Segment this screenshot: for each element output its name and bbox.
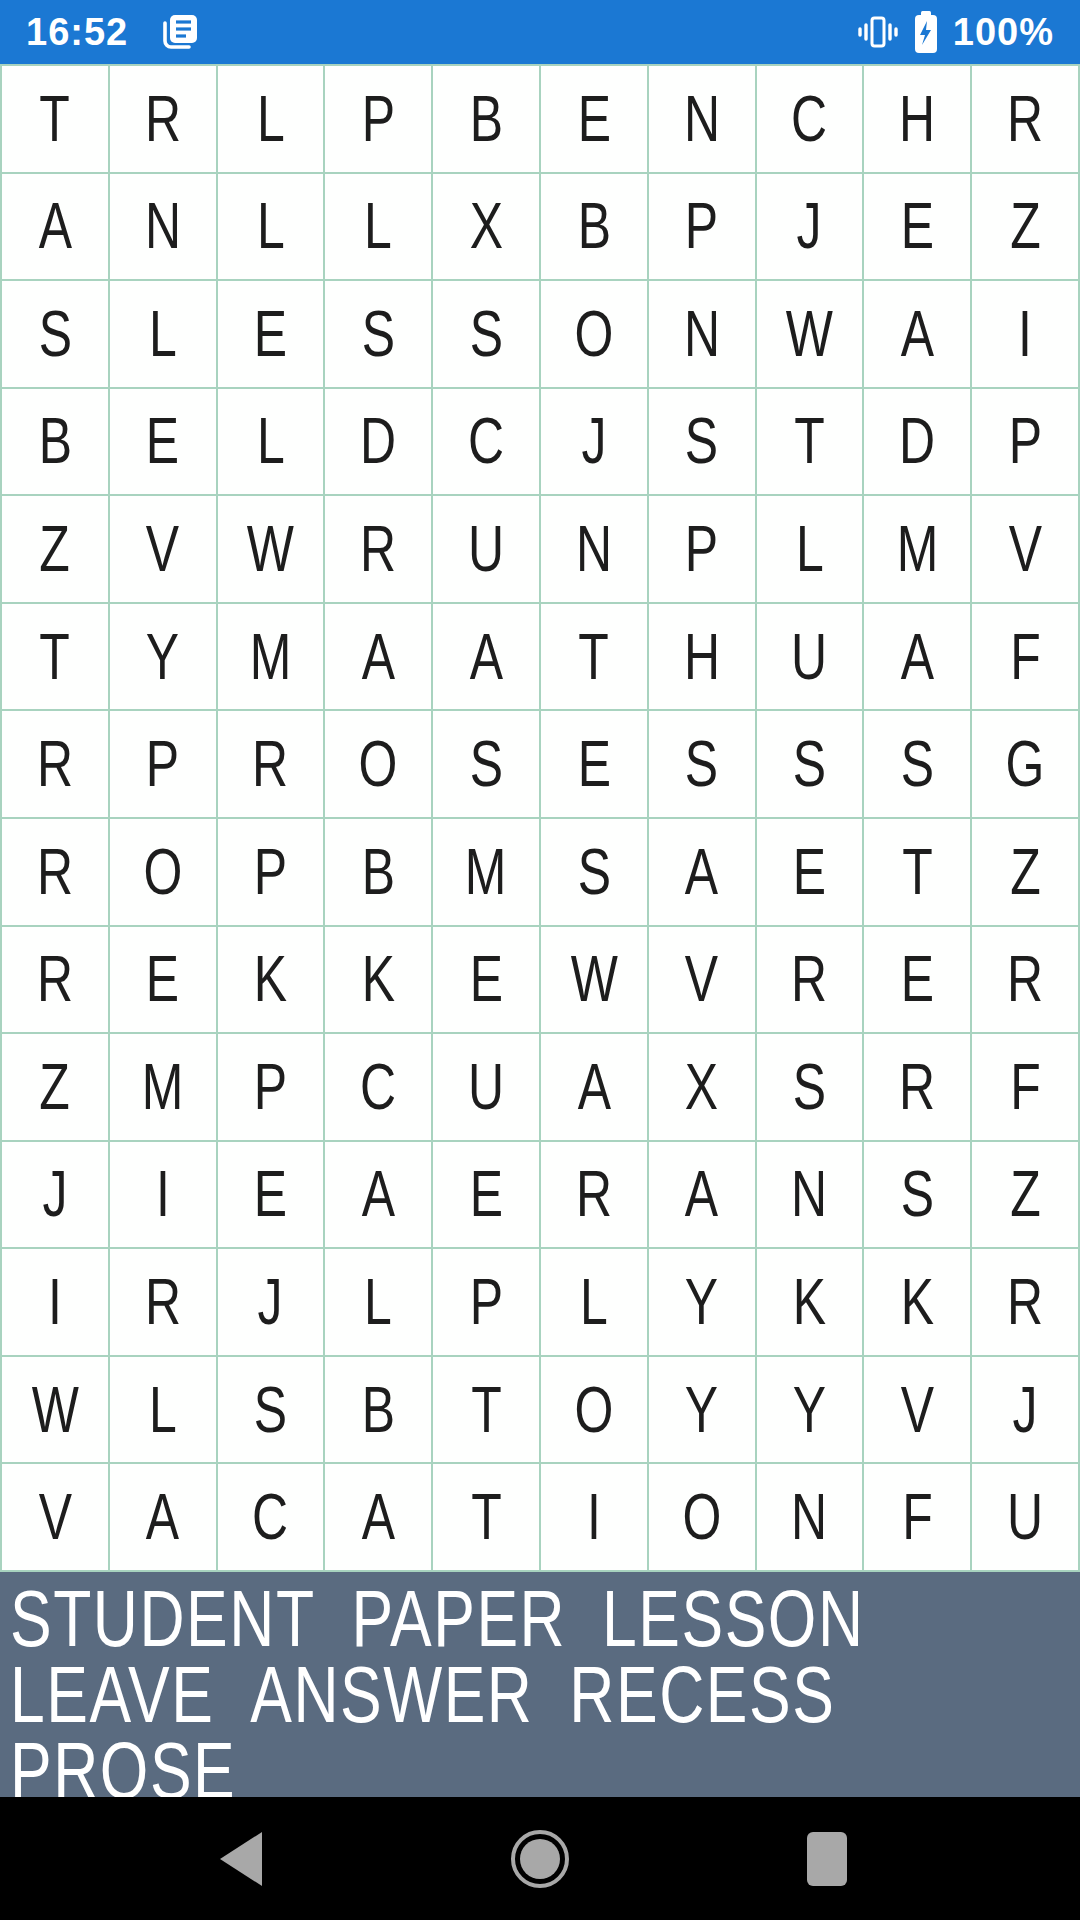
grid-cell-r5c6[interactable]: N [541,496,647,602]
grid-letter: M [250,625,292,689]
grid-letter: N [791,1162,827,1226]
grid-letter: W [786,302,833,366]
grid-cell-r7c10[interactable]: G [972,711,1078,817]
grid-letter: A [146,1485,179,1549]
grid-letter: C [252,1485,288,1549]
grid-letter: S [38,302,71,366]
grid-cell-r3c3[interactable]: E [218,281,324,387]
grid-letter: Y [685,1378,718,1442]
grid-letter: E [146,409,179,473]
grid-cell-r13c8[interactable]: Y [757,1357,863,1463]
grid-cell-r13c1[interactable]: W [2,1357,108,1463]
grid-cell-r14c2[interactable]: A [110,1464,216,1570]
grid-cell-r10c2[interactable]: M [110,1034,216,1140]
grid-cell-r5c2[interactable]: V [110,496,216,602]
grid-letter: F [902,1485,932,1549]
grid-letter: O [682,1485,721,1549]
grid-cell-r12c1[interactable]: I [2,1249,108,1355]
grid-cell-r10c7[interactable]: X [649,1034,755,1140]
word-list: STUDENTPAPERLESSONLEAVEANSWERRECESSPROSE [10,1582,1080,1797]
grid-cell-r1c1[interactable]: T [2,66,108,172]
grid-letter: S [901,732,934,796]
grid-cell-r4c7[interactable]: S [649,389,755,495]
grid-letter: U [468,1055,504,1119]
grid-cell-r3c10[interactable]: I [972,281,1078,387]
grid-letter: L [257,194,285,258]
grid-cell-r3c7[interactable]: N [649,281,755,387]
grid-letter: V [685,947,718,1011]
grid-letter: R [37,840,73,904]
grid-letter: V [1008,517,1041,581]
grid-area: TRLPBENCHRANLLXBPJEZSLESSONWAIBELDCJSTDP… [0,64,1080,1572]
recents-icon[interactable] [807,1832,847,1886]
grid-cell-r4c1[interactable]: B [2,389,108,495]
grid-letter: L [796,517,824,581]
grid-letter: P [362,87,395,151]
word-list-item: STUDENT [10,1582,316,1656]
grid-letter: J [42,1162,67,1226]
grid-letter: V [38,1485,71,1549]
grid-cell-r2c10[interactable]: Z [972,174,1078,280]
grid-cell-r3c5[interactable]: S [433,281,539,387]
grid-letter: A [577,1055,610,1119]
grid-cell-r2c2[interactable]: N [110,174,216,280]
grid-cell-r8c9[interactable]: T [864,819,970,925]
grid-letter: B [469,87,502,151]
grid-cell-r10c4[interactable]: C [325,1034,431,1140]
grid-letter: A [469,625,502,689]
grid-letter: I [1018,302,1032,366]
grid-cell-r11c8[interactable]: N [757,1142,863,1248]
grid-letter: N [684,302,720,366]
grid-letter: X [685,1055,718,1119]
grid-cell-r6c9[interactable]: A [864,604,970,710]
status-bar: 16:52 100% [0,0,1080,64]
word-list-item: PAPER [351,1582,566,1656]
grid-cell-r14c9[interactable]: F [864,1464,970,1570]
grid-letter: R [37,732,73,796]
grid-letter: I [48,1270,62,1334]
grid-cell-r5c7[interactable]: P [649,496,755,602]
grid-cell-r8c7[interactable]: A [649,819,755,925]
grid-letter: E [469,947,502,1011]
grid-letter: T [794,409,824,473]
grid-letter: O [143,840,182,904]
grid-cell-r14c8[interactable]: N [757,1464,863,1570]
grid-letter: E [577,732,610,796]
grid-letter: A [362,625,395,689]
grid-cell-r6c5[interactable]: A [433,604,539,710]
android-nav-bar [0,1797,1080,1920]
grid-cell-r11c7[interactable]: A [649,1142,755,1248]
grid-cell-r1c3[interactable]: L [218,66,324,172]
grid-cell-r11c2[interactable]: I [110,1142,216,1248]
grid-letter: S [793,732,826,796]
back-icon[interactable] [220,1832,262,1886]
grid-letter: S [577,840,610,904]
grid-cell-r14c10[interactable]: U [972,1464,1078,1570]
grid-letter: M [142,1055,184,1119]
grid-cell-r7c1[interactable]: R [2,711,108,817]
grid-cell-r6c8[interactable]: U [757,604,863,710]
grid-cell-r12c4[interactable]: L [325,1249,431,1355]
grid-cell-r4c5[interactable]: C [433,389,539,495]
word-list-item: PROSE [10,1734,236,1797]
grid-letter: P [146,732,179,796]
grid-cell-r13c10[interactable]: J [972,1357,1078,1463]
grid-letter: S [254,1378,287,1442]
grid-letter: W [570,947,617,1011]
grid-letter: T [40,625,70,689]
grid-cell-r13c5[interactable]: T [433,1357,539,1463]
grid-letter: S [685,732,718,796]
grid-cell-r11c5[interactable]: E [433,1142,539,1248]
grid-letter: D [360,409,396,473]
grid-cell-r12c6[interactable]: L [541,1249,647,1355]
grid-cell-r2c3[interactable]: L [218,174,324,280]
word-list-item: ANSWER [250,1658,533,1732]
grid-cell-r4c4[interactable]: D [325,389,431,495]
grid-letter: R [37,947,73,1011]
grid-cell-r5c9[interactable]: M [864,496,970,602]
grid-cell-r11c1[interactable]: J [2,1142,108,1248]
grid-letter: C [468,409,504,473]
grid-cell-r3c6[interactable]: O [541,281,647,387]
grid-letter: L [149,302,177,366]
grid-cell-r2c8[interactable]: J [757,174,863,280]
grid-letter: X [469,194,502,258]
grid-cell-r11c9[interactable]: S [864,1142,970,1248]
grid-letter: I [156,1162,170,1226]
grid-cell-r7c9[interactable]: S [864,711,970,817]
grid-cell-r1c9[interactable]: H [864,66,970,172]
grid-cell-r7c2[interactable]: P [110,711,216,817]
grid-letter: W [31,1378,78,1442]
grid-cell-r8c4[interactable]: B [325,819,431,925]
grid-cell-r12c3[interactable]: J [218,1249,324,1355]
grid-cell-r13c6[interactable]: O [541,1357,647,1463]
grid-letter: B [38,409,71,473]
grid-letter: T [40,87,70,151]
grid-letter: Y [685,1270,718,1334]
grid-cell-r9c2[interactable]: E [110,927,216,1033]
grid-letter: A [685,1162,718,1226]
grid-cell-r6c10[interactable]: F [972,604,1078,710]
grid-cell-r14c6[interactable]: I [541,1464,647,1570]
grid-letter: F [1010,625,1040,689]
grid-cell-r8c2[interactable]: O [110,819,216,925]
grid-letter: E [254,302,287,366]
grid-letter: S [469,302,502,366]
grid-cell-r11c3[interactable]: E [218,1142,324,1248]
grid-cell-r4c3[interactable]: L [218,389,324,495]
grid-cell-r3c4[interactable]: S [325,281,431,387]
grid-cell-r9c9[interactable]: E [864,927,970,1033]
grid-letter: K [793,1270,826,1334]
grid-cell-r10c3[interactable]: P [218,1034,324,1140]
grid-cell-r14c3[interactable]: C [218,1464,324,1570]
battery-charging-icon [913,10,939,54]
grid-cell-r3c2[interactable]: L [110,281,216,387]
grid-letter: E [793,840,826,904]
grid-cell-r4c2[interactable]: E [110,389,216,495]
grid-cell-r13c2[interactable]: L [110,1357,216,1463]
grid-letter: R [360,517,396,581]
grid-cell-r6c7[interactable]: H [649,604,755,710]
grid-cell-r12c10[interactable]: R [972,1249,1078,1355]
grid-letter: L [257,409,285,473]
word-list-scaler: STUDENTPAPERLESSONLEAVEANSWERRECESSPROSE… [10,1582,1080,1797]
grid-letter: R [899,1055,935,1119]
grid-letter: T [902,840,932,904]
grid-letter: A [38,194,71,258]
grid-letter: R [791,947,827,1011]
grid-letter: R [1007,947,1043,1011]
grid-letter: O [359,732,398,796]
grid-letter: M [465,840,507,904]
grid-cell-r6c1[interactable]: T [2,604,108,710]
grid-cell-r9c8[interactable]: R [757,927,863,1033]
grid-cell-r2c6[interactable]: B [541,174,647,280]
grid-cell-r2c1[interactable]: A [2,174,108,280]
grid-letter: E [254,1162,287,1226]
grid-cell-r9c6[interactable]: W [541,927,647,1033]
grid-letter: B [577,194,610,258]
grid-letter: V [146,517,179,581]
grid-letter: Z [40,517,70,581]
grid-letter: S [469,732,502,796]
grid-letter: E [146,947,179,1011]
grid-letter: O [574,1378,613,1442]
grid-letter: F [1010,1055,1040,1119]
grid-cell-r1c7[interactable]: N [649,66,755,172]
grid-cell-r2c7[interactable]: P [649,174,755,280]
grid-letter: L [580,1270,608,1334]
notification-icon [156,10,200,54]
grid-letter: L [149,1378,177,1442]
grid-cell-r5c1[interactable]: Z [2,496,108,602]
grid-letter: S [685,409,718,473]
grid-letter: E [469,1162,502,1226]
grid-cell-r8c5[interactable]: M [433,819,539,925]
grid-cell-r12c7[interactable]: Y [649,1249,755,1355]
grid-cell-r8c3[interactable]: P [218,819,324,925]
grid-cell-r3c8[interactable]: W [757,281,863,387]
grid-cell-r14c7[interactable]: O [649,1464,755,1570]
word-list-item: LESSON [602,1582,865,1656]
grid-cell-r10c9[interactable]: R [864,1034,970,1140]
grid-cell-r2c9[interactable]: E [864,174,970,280]
grid-letter: K [901,1270,934,1334]
grid-cell-r5c3[interactable]: W [218,496,324,602]
grid-cell-r7c6[interactable]: E [541,711,647,817]
grid-letter: T [471,1485,501,1549]
grid-letter: R [145,1270,181,1334]
grid-letter: P [254,1055,287,1119]
grid-cell-r10c6[interactable]: A [541,1034,647,1140]
grid-letter: Y [793,1378,826,1442]
grid-cell-r1c6[interactable]: E [541,66,647,172]
grid-cell-r10c1[interactable]: Z [2,1034,108,1140]
home-icon[interactable] [511,1830,569,1888]
grid-letter: Z [40,1055,70,1119]
grid-letter: E [901,194,934,258]
grid-letter: S [362,302,395,366]
grid-letter: R [145,87,181,151]
word-list-panel: STUDENTPAPERLESSONLEAVEANSWERRECESSPROSE… [0,1572,1080,1797]
grid-cell-r1c10[interactable]: R [972,66,1078,172]
grid-letter: M [896,517,938,581]
grid-letter: R [252,732,288,796]
grid-cell-r13c3[interactable]: S [218,1357,324,1463]
grid-letter: A [362,1485,395,1549]
grid-cell-r6c3[interactable]: M [218,604,324,710]
grid-letter: L [364,194,392,258]
grid-cell-r8c6[interactable]: S [541,819,647,925]
grid-letter: K [362,947,395,1011]
grid-cell-r1c2[interactable]: R [110,66,216,172]
grid-letter: H [899,87,935,151]
grid-letter: N [684,87,720,151]
grid-letter: K [254,947,287,1011]
grid-cell-r10c10[interactable]: F [972,1034,1078,1140]
grid-letter: N [576,517,612,581]
grid-letter: J [1013,1378,1038,1442]
grid-letter: Y [146,625,179,689]
grid-cell-r11c4[interactable]: A [325,1142,431,1248]
grid-letter: W [247,517,294,581]
grid-letter: I [587,1485,601,1549]
grid-letter: N [791,1485,827,1549]
grid-letter: Z [1010,840,1040,904]
grid-letter: C [360,1055,396,1119]
grid-cell-r13c9[interactable]: V [864,1357,970,1463]
grid-letter: J [258,1270,283,1334]
grid-cell-r12c2[interactable]: R [110,1249,216,1355]
home-icon-inner [520,1839,560,1879]
grid-letter: T [471,1378,501,1442]
grid-cell-r6c6[interactable]: T [541,604,647,710]
grid-cell-r11c6[interactable]: R [541,1142,647,1248]
grid-cell-r13c4[interactable]: B [325,1357,431,1463]
grid-letter: B [362,840,395,904]
grid-cell-r4c8[interactable]: T [757,389,863,495]
grid-cell-r14c5[interactable]: T [433,1464,539,1570]
grid-cell-r8c10[interactable]: Z [972,819,1078,925]
grid-cell-r5c10[interactable]: V [972,496,1078,602]
grid-cell-r4c9[interactable]: D [864,389,970,495]
grid-cell-r14c1[interactable]: V [2,1464,108,1570]
grid-letter: J [797,194,822,258]
grid-letter: O [574,302,613,366]
grid-letter: P [1008,409,1041,473]
grid-letter: A [901,625,934,689]
grid-letter: L [364,1270,392,1334]
grid-letter: V [901,1378,934,1442]
grid-cell-r7c4[interactable]: O [325,711,431,817]
grid-letter: T [579,625,609,689]
grid-cell-r12c5[interactable]: P [433,1249,539,1355]
grid-letter: P [685,517,718,581]
grid-cell-r5c5[interactable]: U [433,496,539,602]
grid-letter: P [685,194,718,258]
grid-letter: S [901,1162,934,1226]
grid-cell-r7c8[interactable]: S [757,711,863,817]
grid-letter: R [576,1162,612,1226]
grid-cell-r5c4[interactable]: R [325,496,431,602]
grid-letter: L [257,87,285,151]
grid-cell-r2c5[interactable]: X [433,174,539,280]
grid-cell-r6c2[interactable]: Y [110,604,216,710]
grid-cell-r1c8[interactable]: C [757,66,863,172]
grid-cell-r9c3[interactable]: K [218,927,324,1033]
grid-cell-r7c7[interactable]: S [649,711,755,817]
grid-letter: E [901,947,934,1011]
grid-cell-r13c7[interactable]: Y [649,1357,755,1463]
grid-cell-r8c1[interactable]: R [2,819,108,925]
grid-cell-r9c4[interactable]: K [325,927,431,1033]
grid-cell-r10c5[interactable]: U [433,1034,539,1140]
grid-letter: R [1007,87,1043,151]
grid-letter: H [684,625,720,689]
grid-cell-r12c9[interactable]: K [864,1249,970,1355]
grid-cell-r9c10[interactable]: R [972,927,1078,1033]
grid-letter: A [362,1162,395,1226]
grid-cell-r6c4[interactable]: A [325,604,431,710]
grid-letter: U [791,625,827,689]
grid-letter: A [901,302,934,366]
grid-cell-r10c8[interactable]: S [757,1034,863,1140]
battery-percent: 100% [953,11,1054,54]
grid-cell-r4c6[interactable]: J [541,389,647,495]
grid-cell-r9c1[interactable]: R [2,927,108,1033]
grid-letter: Z [1010,194,1040,258]
grid-cell-r1c4[interactable]: P [325,66,431,172]
grid-letter: U [1007,1485,1043,1549]
phone-screen: 16:52 100% [0,0,1080,1920]
grid-cell-r4c10[interactable]: P [972,389,1078,495]
grid-letter: P [469,1270,502,1334]
grid-cell-r12c8[interactable]: K [757,1249,863,1355]
grid-cell-r1c5[interactable]: B [433,66,539,172]
grid-cell-r2c4[interactable]: L [325,174,431,280]
word-list-item: LEAVE [10,1658,214,1732]
grid-letter: A [685,840,718,904]
grid-letter: G [1006,732,1045,796]
grid-cell-r7c3[interactable]: R [218,711,324,817]
grid-cell-r7c5[interactable]: S [433,711,539,817]
grid-letter: B [362,1378,395,1442]
word-list-item: RECESS [569,1658,835,1732]
grid-cell-r3c1[interactable]: S [2,281,108,387]
grid-cell-r3c9[interactable]: A [864,281,970,387]
grid-letter: E [577,87,610,151]
grid-letter: S [793,1055,826,1119]
grid-cell-r5c8[interactable]: L [757,496,863,602]
grid-letter: P [254,840,287,904]
grid-cell-r9c7[interactable]: V [649,927,755,1033]
grid-cell-r11c10[interactable]: Z [972,1142,1078,1248]
grid-letter: C [791,87,827,151]
word-search-grid[interactable]: TRLPBENCHRANLLXBPJEZSLESSONWAIBELDCJSTDP… [0,64,1080,1572]
grid-cell-r9c5[interactable]: E [433,927,539,1033]
grid-letter: D [899,409,935,473]
grid-letter: Z [1010,1162,1040,1226]
grid-cell-r14c4[interactable]: A [325,1464,431,1570]
vibrate-icon [857,11,899,53]
grid-letter: N [145,194,181,258]
grid-cell-r8c8[interactable]: E [757,819,863,925]
